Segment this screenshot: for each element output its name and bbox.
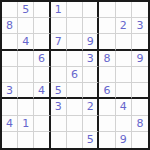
- given-digit: 9: [87, 36, 94, 47]
- sudoku-cell-r8c9[interactable]: 8: [132, 116, 148, 132]
- sudoku-cell-r8c7[interactable]: [99, 116, 115, 132]
- given-digit: 4: [120, 101, 127, 112]
- given-digit: 7: [55, 36, 62, 47]
- given-digit: 5: [22, 4, 29, 15]
- given-digit: 5: [87, 134, 94, 145]
- sudoku-cell-r5c3[interactable]: [34, 67, 50, 83]
- sudoku-cell-r4c5[interactable]: [67, 51, 83, 67]
- sudoku-cell-r9c2[interactable]: [18, 132, 34, 148]
- sudoku-cell-r3c3[interactable]: [34, 34, 50, 50]
- sudoku-cell-r2c8[interactable]: 2: [116, 18, 132, 34]
- sudoku-cell-r8c1[interactable]: 4: [2, 116, 18, 132]
- sudoku-cell-r1c7[interactable]: [99, 2, 115, 18]
- sudoku-cell-r2c2[interactable]: [18, 18, 34, 34]
- given-digit: 4: [6, 118, 13, 129]
- sudoku-cell-r4c2[interactable]: [18, 51, 34, 67]
- sudoku-cell-r6c2[interactable]: [18, 83, 34, 99]
- sudoku-cell-r9c7[interactable]: [99, 132, 115, 148]
- sudoku-cell-r9c3[interactable]: [34, 132, 50, 148]
- sudoku-cell-r2c4[interactable]: [51, 18, 67, 34]
- given-digit: 4: [38, 85, 45, 96]
- given-digit: 6: [71, 69, 78, 80]
- sudoku-cell-r6c7[interactable]: 6: [99, 83, 115, 99]
- sudoku-cell-r5c7[interactable]: [99, 67, 115, 83]
- sudoku-cell-r3c2[interactable]: 4: [18, 34, 34, 50]
- sudoku-cell-r6c6[interactable]: [83, 83, 99, 99]
- sudoku-cell-r6c4[interactable]: 5: [51, 83, 67, 99]
- sudoku-cell-r8c2[interactable]: 1: [18, 116, 34, 132]
- sudoku-cell-r5c2[interactable]: [18, 67, 34, 83]
- sudoku-cell-r5c8[interactable]: [116, 67, 132, 83]
- given-digit: 3: [136, 20, 143, 31]
- sudoku-cell-r5c5[interactable]: 6: [67, 67, 83, 83]
- sudoku-cell-r4c4[interactable]: [51, 51, 67, 67]
- sudoku-cell-r7c1[interactable]: [2, 99, 18, 115]
- sudoku-cell-r2c9[interactable]: 3: [132, 18, 148, 34]
- sudoku-cell-r9c5[interactable]: [67, 132, 83, 148]
- sudoku-cell-r4c7[interactable]: 8: [99, 51, 115, 67]
- sudoku-cell-r8c6[interactable]: [83, 116, 99, 132]
- sudoku-cell-r5c4[interactable]: [51, 67, 67, 83]
- sudoku-cell-r4c9[interactable]: 9: [132, 51, 148, 67]
- sudoku-cell-r4c6[interactable]: 3: [83, 51, 99, 67]
- sudoku-cell-r7c9[interactable]: [132, 99, 148, 115]
- sudoku-cell-r8c3[interactable]: [34, 116, 50, 132]
- sudoku-cell-r3c9[interactable]: [132, 34, 148, 50]
- given-digit: 8: [6, 20, 13, 31]
- sudoku-cell-r3c1[interactable]: [2, 34, 18, 50]
- sudoku-cell-r7c3[interactable]: [34, 99, 50, 115]
- sudoku-cell-r1c1[interactable]: [2, 2, 18, 18]
- sudoku-cell-r1c4[interactable]: 1: [51, 2, 67, 18]
- sudoku-cell-r4c8[interactable]: [116, 51, 132, 67]
- given-digit: 2: [87, 101, 94, 112]
- sudoku-cell-r2c1[interactable]: 8: [2, 18, 18, 34]
- sudoku-cell-r6c8[interactable]: [116, 83, 132, 99]
- sudoku-cell-r8c5[interactable]: [67, 116, 83, 132]
- given-digit: 9: [120, 134, 127, 145]
- sudoku-cell-r6c9[interactable]: [132, 83, 148, 99]
- sudoku-cell-r1c2[interactable]: 5: [18, 2, 34, 18]
- given-digit: 3: [87, 53, 94, 64]
- sudoku-cell-r3c7[interactable]: [99, 34, 115, 50]
- given-digit: 1: [55, 4, 62, 15]
- given-digit: 3: [6, 85, 13, 96]
- sudoku-cell-r9c8[interactable]: 9: [116, 132, 132, 148]
- sudoku-cell-r9c9[interactable]: [132, 132, 148, 148]
- given-digit: 1: [22, 118, 29, 129]
- sudoku-cell-r1c9[interactable]: [132, 2, 148, 18]
- sudoku-cell-r9c4[interactable]: [51, 132, 67, 148]
- sudoku-cell-r7c8[interactable]: 4: [116, 99, 132, 115]
- sudoku-cell-r6c1[interactable]: 3: [2, 83, 18, 99]
- sudoku-cell-r3c8[interactable]: [116, 34, 132, 50]
- sudoku-cell-r4c3[interactable]: 6: [34, 51, 50, 67]
- sudoku-cell-r3c5[interactable]: [67, 34, 83, 50]
- sudoku-cell-r7c6[interactable]: 2: [83, 99, 99, 115]
- sudoku-cell-r5c1[interactable]: [2, 67, 18, 83]
- given-digit: 2: [120, 20, 127, 31]
- sudoku-cell-r6c3[interactable]: 4: [34, 83, 50, 99]
- sudoku-cell-r3c6[interactable]: 9: [83, 34, 99, 50]
- given-digit: 4: [22, 36, 29, 47]
- sudoku-cell-r4c1[interactable]: [2, 51, 18, 67]
- sudoku-cell-r1c8[interactable]: [116, 2, 132, 18]
- sudoku-cell-r9c6[interactable]: 5: [83, 132, 99, 148]
- given-digit: 9: [136, 53, 143, 64]
- sudoku-cell-r8c8[interactable]: [116, 116, 132, 132]
- sudoku-cell-r7c2[interactable]: [18, 99, 34, 115]
- sudoku-cell-r2c7[interactable]: [99, 18, 115, 34]
- sudoku-cell-r7c5[interactable]: [67, 99, 83, 115]
- given-digit: 8: [136, 118, 143, 129]
- sudoku-board: 5182347963896345632441859: [0, 0, 150, 150]
- sudoku-cell-r5c6[interactable]: [83, 67, 99, 83]
- given-digit: 6: [103, 85, 110, 96]
- sudoku-cell-r2c3[interactable]: [34, 18, 50, 34]
- sudoku-cell-r1c3[interactable]: [34, 2, 50, 18]
- given-digit: 8: [103, 53, 110, 64]
- given-digit: 6: [38, 53, 45, 64]
- sudoku-cell-r1c6[interactable]: [83, 2, 99, 18]
- given-digit: 5: [55, 85, 62, 96]
- sudoku-cell-r2c5[interactable]: [67, 18, 83, 34]
- sudoku-cell-r7c4[interactable]: 3: [51, 99, 67, 115]
- given-digit: 3: [55, 101, 62, 112]
- sudoku-cell-r2c6[interactable]: [83, 18, 99, 34]
- sudoku-cell-r1c5[interactable]: [67, 2, 83, 18]
- sudoku-cell-r9c1[interactable]: [2, 132, 18, 148]
- sudoku-cell-r7c7[interactable]: [99, 99, 115, 115]
- sudoku-cell-r3c4[interactable]: 7: [51, 34, 67, 50]
- sudoku-cell-r8c4[interactable]: [51, 116, 67, 132]
- sudoku-cell-r5c9[interactable]: [132, 67, 148, 83]
- sudoku-cell-r6c5[interactable]: [67, 83, 83, 99]
